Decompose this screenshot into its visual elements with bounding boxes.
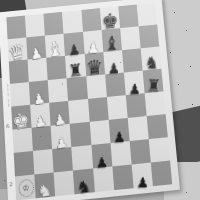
black-rook-h5[interactable]: ♜ (147, 77, 162, 94)
square-h8[interactable] (137, 3, 158, 27)
black-queen-e6[interactable]: ♛ (86, 57, 104, 78)
black-rook-d6[interactable]: ♜ (68, 62, 84, 81)
board-grid: ♚♛♟♝♟♟♝♜♛♟♞♟♟♜♚♟♟♟♟♟♔♞♞♟ (6, 3, 172, 200)
square-g8[interactable] (118, 5, 138, 29)
black-pawn-g1[interactable]: ♟ (137, 175, 150, 189)
square-f4[interactable] (107, 95, 128, 120)
white-pawn-b7[interactable]: ♟ (29, 45, 43, 62)
square-f1[interactable] (112, 165, 133, 191)
square-c1[interactable] (54, 170, 75, 196)
white-pawn-c4[interactable]: ♟ (53, 112, 67, 128)
black-pawn-d7[interactable]: ♟ (68, 42, 81, 58)
square-d7[interactable]: ♟ (64, 32, 84, 56)
square-f7[interactable]: ♝ (101, 28, 122, 52)
black-knight-h6[interactable]: ♞ (145, 55, 160, 73)
square-c5[interactable] (48, 78, 69, 103)
square-c4[interactable]: ♟ (49, 101, 70, 126)
square-c7[interactable]: ♝ (45, 34, 65, 58)
square-d1[interactable]: ♞ (73, 168, 94, 194)
dust-speckles (41, 66, 42, 67)
square-a8[interactable] (6, 16, 26, 40)
black-king-f8[interactable]: ♚ (102, 11, 119, 32)
square-h6[interactable]: ♞ (141, 46, 162, 70)
square-h2[interactable] (149, 137, 170, 162)
dust-speckles (168, 8, 169, 9)
white-king-a4[interactable]: ♚ (10, 109, 31, 133)
board-maker-logo: ♔ (18, 178, 34, 197)
black-pawn-f6[interactable]: ♟ (108, 61, 120, 76)
black-pawn-e2[interactable]: ♟ (96, 155, 109, 170)
square-g5[interactable]: ♟ (124, 71, 145, 95)
square-h3[interactable] (147, 114, 168, 139)
square-b5[interactable]: ♟ (29, 80, 49, 105)
square-b8[interactable] (25, 14, 45, 38)
white-bishop-c7[interactable]: ♝ (46, 39, 64, 61)
square-e3[interactable] (89, 120, 110, 145)
white-pawn-c3[interactable]: ♟ (54, 135, 68, 151)
square-g6[interactable] (122, 48, 143, 72)
square-a1[interactable]: ♔ (15, 174, 36, 200)
square-g7[interactable] (120, 26, 141, 50)
square-e6[interactable]: ♛ (84, 52, 105, 76)
white-queen-a7[interactable]: ♛ (6, 41, 27, 65)
square-e2[interactable]: ♟ (91, 143, 112, 168)
square-b1[interactable]: ♞ (34, 172, 55, 198)
square-h7[interactable] (139, 24, 160, 48)
square-f3[interactable]: ♟ (108, 118, 129, 143)
square-e7[interactable]: ♟ (83, 30, 103, 54)
square-d3[interactable] (70, 122, 91, 147)
square-b7[interactable]: ♟ (26, 36, 46, 60)
square-b2[interactable] (33, 149, 54, 175)
square-a4[interactable]: ♚ (11, 105, 31, 130)
square-h1[interactable] (151, 161, 173, 187)
margin-label-upper: 6 (6, 123, 10, 129)
square-g1[interactable]: ♟ (131, 163, 152, 189)
square-f8[interactable]: ♚ (99, 6, 119, 30)
square-e8[interactable] (81, 8, 101, 32)
margin-label-lower: 2 (9, 181, 13, 188)
square-g2[interactable] (129, 139, 150, 164)
chess-board[interactable]: —— ——— 6 2 ♚♛♟♝♟♟♝♜♛♟♞♟♟♜♚♟♟♟♟♟♔♞♞♟ (0, 0, 180, 200)
square-d2[interactable] (72, 145, 93, 170)
white-pawn-b4[interactable]: ♟ (33, 114, 47, 130)
white-knight-b1[interactable]: ♞ (36, 182, 53, 200)
white-pawn-b5[interactable]: ♟ (32, 91, 46, 107)
square-d8[interactable] (62, 10, 82, 34)
black-pawn-f3[interactable]: ♟ (114, 130, 126, 145)
square-c8[interactable] (44, 12, 64, 36)
black-knight-d1[interactable]: ♞ (76, 178, 92, 196)
black-bishop-f7[interactable]: ♝ (104, 34, 120, 54)
square-g3[interactable] (127, 116, 148, 141)
square-d4[interactable] (68, 99, 89, 124)
black-pawn-g5[interactable]: ♟ (129, 82, 141, 96)
chess-photo: —— ——— 6 2 ♚♛♟♝♟♟♝♜♛♟♞♟♟♜♚♟♟♟♟♟♔♞♞♟ (0, 0, 200, 200)
white-pawn-e7[interactable]: ♟ (87, 40, 100, 55)
square-a7[interactable]: ♛ (8, 37, 28, 61)
square-e4[interactable] (87, 97, 108, 122)
square-a2[interactable] (14, 151, 35, 177)
square-a5[interactable] (10, 82, 30, 107)
